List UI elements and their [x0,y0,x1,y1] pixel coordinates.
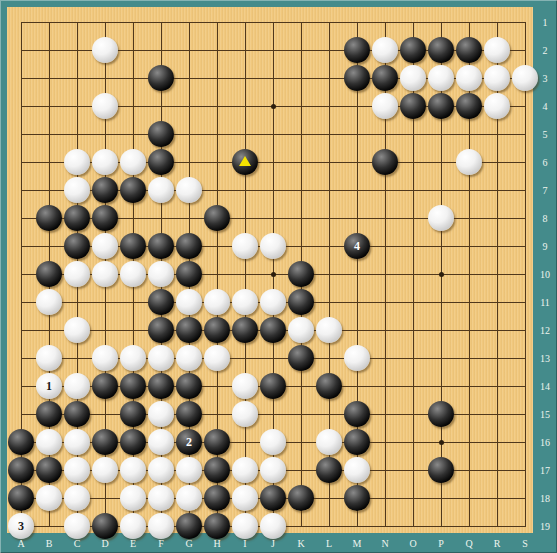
board-point[interactable] [399,372,427,400]
board-point[interactable] [483,344,511,372]
board-point[interactable] [231,36,259,64]
board-point[interactable] [91,316,119,344]
board-point[interactable] [175,344,203,372]
board-point[interactable] [343,344,371,372]
board-point[interactable] [147,8,175,36]
board-point[interactable] [399,456,427,484]
board-point[interactable] [455,372,483,400]
board-point[interactable] [427,176,455,204]
board-point[interactable] [343,400,371,428]
board-point[interactable] [147,288,175,316]
board-point[interactable] [259,512,287,540]
board-point[interactable] [7,176,35,204]
board-point[interactable] [315,512,343,540]
board-point[interactable] [7,484,35,512]
board-point[interactable] [399,176,427,204]
board-point[interactable] [259,316,287,344]
board-point[interactable] [343,372,371,400]
board-point[interactable] [511,232,539,260]
board-point[interactable] [203,120,231,148]
board-point[interactable] [399,260,427,288]
board-point[interactable] [315,316,343,344]
board-point[interactable] [259,8,287,36]
board-point[interactable] [315,260,343,288]
board-point[interactable] [343,288,371,316]
board-point[interactable] [203,344,231,372]
board-point[interactable] [343,428,371,456]
board-point[interactable] [427,260,455,288]
board-point[interactable] [455,8,483,36]
board-point[interactable] [7,92,35,120]
board-point[interactable] [315,484,343,512]
board-point[interactable] [147,400,175,428]
board-point[interactable] [483,64,511,92]
board-point[interactable] [147,176,175,204]
board-point[interactable] [343,120,371,148]
board-point[interactable] [119,372,147,400]
board-point[interactable] [483,400,511,428]
board-point[interactable] [399,120,427,148]
board-point[interactable] [175,288,203,316]
board-point[interactable] [175,204,203,232]
board-point[interactable] [287,64,315,92]
board-point[interactable] [175,400,203,428]
board-point[interactable] [259,260,287,288]
board-point[interactable] [343,36,371,64]
board-point[interactable] [119,8,147,36]
board-point[interactable] [259,92,287,120]
board-point[interactable] [511,484,539,512]
board-point[interactable] [483,512,511,540]
board-point[interactable] [231,456,259,484]
board-point[interactable] [63,400,91,428]
board-point[interactable] [483,288,511,316]
board-point[interactable] [259,428,287,456]
board-point[interactable] [511,316,539,344]
board-point[interactable] [231,400,259,428]
board-point[interactable] [483,316,511,344]
board-point[interactable] [287,316,315,344]
board-point[interactable] [511,204,539,232]
board-point[interactable] [399,344,427,372]
board-point[interactable] [63,260,91,288]
board-point[interactable] [511,456,539,484]
board-point[interactable] [371,372,399,400]
board-point[interactable] [287,8,315,36]
board-point[interactable] [287,372,315,400]
board-point[interactable] [371,8,399,36]
board-point[interactable] [119,288,147,316]
board-point[interactable] [35,148,63,176]
board-point[interactable] [147,428,175,456]
board-point[interactable] [511,148,539,176]
board-point[interactable] [203,92,231,120]
board-point[interactable] [427,232,455,260]
board-point[interactable] [371,148,399,176]
board-point[interactable] [175,372,203,400]
board-point[interactable] [399,232,427,260]
board-point[interactable] [455,92,483,120]
board-point[interactable] [455,344,483,372]
board-point[interactable] [7,288,35,316]
board-point[interactable] [203,456,231,484]
board-point[interactable] [427,8,455,36]
board-point[interactable] [259,372,287,400]
board-point[interactable] [147,344,175,372]
board-point[interactable] [7,316,35,344]
board-point[interactable] [91,148,119,176]
board-point[interactable] [315,456,343,484]
board-point[interactable] [63,316,91,344]
board-point[interactable] [203,8,231,36]
board-point[interactable] [175,512,203,540]
board-point[interactable] [175,148,203,176]
board-point[interactable] [7,372,35,400]
board-point[interactable] [483,456,511,484]
board-point[interactable] [147,36,175,64]
board-point[interactable] [35,484,63,512]
board-point[interactable] [63,344,91,372]
board-point[interactable] [427,204,455,232]
board-point[interactable] [315,120,343,148]
board-point[interactable] [427,148,455,176]
board-point[interactable] [147,512,175,540]
board-point[interactable] [119,204,147,232]
board-point[interactable] [63,484,91,512]
board-point[interactable] [7,344,35,372]
board-point[interactable] [455,512,483,540]
board-point[interactable] [483,484,511,512]
board-point[interactable] [455,232,483,260]
board-point[interactable] [175,92,203,120]
board-point[interactable] [91,400,119,428]
board-point[interactable] [455,456,483,484]
board-point[interactable] [203,232,231,260]
board-point[interactable] [231,64,259,92]
board-point[interactable] [427,316,455,344]
board-point[interactable]: 1 [35,372,63,400]
board-point[interactable] [147,64,175,92]
board-point[interactable] [119,316,147,344]
board-point[interactable] [119,36,147,64]
board-point[interactable] [119,232,147,260]
board-point[interactable] [203,484,231,512]
board-point[interactable] [287,232,315,260]
board-point[interactable] [427,400,455,428]
board-point[interactable] [231,512,259,540]
board-point[interactable] [399,148,427,176]
board-point[interactable] [455,204,483,232]
board-point[interactable] [91,428,119,456]
board-point[interactable] [427,512,455,540]
board-point[interactable] [371,288,399,316]
board-point[interactable] [7,64,35,92]
board-point[interactable] [119,456,147,484]
board-point[interactable] [203,400,231,428]
board-point[interactable] [371,260,399,288]
board-point[interactable] [91,232,119,260]
board-point[interactable] [427,288,455,316]
board-point[interactable] [231,92,259,120]
board-point[interactable] [175,316,203,344]
board-point[interactable] [455,316,483,344]
board-point[interactable] [371,484,399,512]
board-point[interactable] [259,400,287,428]
board-point[interactable] [511,344,539,372]
board-point[interactable] [259,36,287,64]
board-point[interactable] [231,8,259,36]
board-point[interactable] [343,484,371,512]
board-point[interactable] [35,8,63,36]
board-point[interactable] [35,92,63,120]
board-point[interactable] [63,120,91,148]
board-point[interactable] [231,484,259,512]
board-point[interactable] [287,344,315,372]
board-point[interactable] [483,260,511,288]
board-point[interactable] [203,316,231,344]
board-point[interactable] [427,64,455,92]
board-point[interactable] [371,400,399,428]
board-point[interactable] [231,204,259,232]
board-point[interactable] [63,512,91,540]
board-point[interactable] [343,92,371,120]
board-point[interactable] [7,148,35,176]
board-point[interactable] [119,120,147,148]
board-point[interactable] [119,64,147,92]
board-point[interactable] [91,456,119,484]
board-point[interactable] [511,176,539,204]
board-point[interactable] [511,512,539,540]
board-point[interactable] [483,120,511,148]
board-point[interactable] [511,64,539,92]
board-point[interactable] [455,428,483,456]
board-point[interactable] [119,512,147,540]
board-point[interactable] [287,512,315,540]
board-point[interactable] [35,260,63,288]
board-point[interactable] [483,8,511,36]
board-point[interactable] [315,428,343,456]
board-point[interactable] [91,204,119,232]
board-point[interactable] [455,64,483,92]
board-point[interactable] [35,428,63,456]
board-point[interactable] [147,148,175,176]
board-point[interactable] [231,428,259,456]
board-point[interactable] [511,288,539,316]
board-point[interactable] [455,176,483,204]
board-point[interactable] [427,372,455,400]
board-point[interactable] [175,456,203,484]
board-point[interactable] [91,64,119,92]
board-point[interactable] [287,400,315,428]
board-point[interactable] [399,400,427,428]
board-point[interactable] [119,484,147,512]
board-point[interactable] [371,428,399,456]
board-point[interactable] [455,484,483,512]
board-point[interactable] [7,8,35,36]
board-point[interactable] [287,176,315,204]
board-point[interactable] [427,484,455,512]
board-point[interactable] [343,260,371,288]
board-point[interactable] [91,512,119,540]
board-point[interactable] [203,148,231,176]
board-point[interactable] [315,372,343,400]
board-point[interactable] [315,232,343,260]
board-point[interactable] [511,400,539,428]
board-point[interactable] [63,8,91,36]
board-point[interactable] [483,372,511,400]
board-point[interactable] [315,176,343,204]
board-point[interactable] [483,204,511,232]
board-point[interactable] [399,316,427,344]
board-point[interactable] [175,8,203,36]
board-point[interactable] [7,260,35,288]
board-point[interactable] [63,64,91,92]
board-point[interactable] [511,92,539,120]
board-point[interactable] [315,400,343,428]
board-point[interactable] [371,456,399,484]
board-point[interactable] [119,148,147,176]
board-point[interactable] [343,512,371,540]
board-point[interactable] [483,176,511,204]
board-point[interactable] [231,120,259,148]
board-point[interactable] [91,344,119,372]
board-point[interactable] [259,204,287,232]
board-point[interactable] [7,204,35,232]
board-point[interactable] [203,372,231,400]
board-point[interactable] [371,204,399,232]
board-point[interactable] [511,8,539,36]
board-point[interactable] [455,148,483,176]
board-point[interactable] [63,428,91,456]
board-point[interactable] [203,36,231,64]
board-point[interactable] [483,92,511,120]
board-point[interactable] [287,484,315,512]
board-point[interactable] [511,36,539,64]
board-point[interactable] [427,428,455,456]
board-point[interactable] [427,36,455,64]
board-point[interactable] [231,372,259,400]
board-point[interactable] [343,456,371,484]
board-point[interactable] [175,260,203,288]
board-point[interactable] [287,92,315,120]
board-point[interactable] [427,120,455,148]
board-point[interactable] [231,288,259,316]
board-point[interactable] [35,288,63,316]
board-point[interactable] [63,148,91,176]
board-point[interactable] [315,64,343,92]
board-point[interactable] [315,344,343,372]
board-point[interactable] [7,400,35,428]
board-point[interactable] [119,428,147,456]
board-point[interactable] [287,120,315,148]
board-point[interactable] [427,344,455,372]
board-point[interactable] [399,64,427,92]
board-point[interactable] [35,512,63,540]
board-point[interactable] [203,288,231,316]
board-point[interactable] [511,372,539,400]
board-point[interactable] [315,204,343,232]
board-point[interactable] [91,120,119,148]
board-point[interactable] [91,372,119,400]
board-point[interactable] [203,64,231,92]
board-point[interactable] [483,148,511,176]
board-point[interactable] [231,316,259,344]
board-point[interactable] [119,92,147,120]
board-point[interactable] [287,428,315,456]
board-point[interactable] [455,400,483,428]
board-point[interactable] [399,92,427,120]
board-point[interactable] [63,204,91,232]
board-point[interactable] [343,148,371,176]
board-point[interactable] [7,120,35,148]
board-point[interactable] [147,316,175,344]
board-point[interactable] [455,120,483,148]
board-point[interactable] [511,428,539,456]
board-point[interactable] [231,260,259,288]
board-point[interactable] [175,176,203,204]
board-point[interactable] [231,176,259,204]
board-point[interactable] [371,36,399,64]
board-point[interactable] [175,36,203,64]
board-point[interactable] [147,204,175,232]
board-point[interactable] [259,456,287,484]
board-point[interactable] [119,176,147,204]
board-point[interactable] [175,120,203,148]
board-point[interactable] [35,456,63,484]
board-point[interactable] [63,372,91,400]
board-point[interactable] [91,8,119,36]
board-point[interactable] [175,232,203,260]
board-point[interactable] [371,64,399,92]
board-point[interactable] [483,428,511,456]
board-point[interactable] [259,344,287,372]
board-point[interactable] [35,120,63,148]
board-point[interactable] [399,8,427,36]
board-point[interactable] [259,288,287,316]
board-point[interactable] [287,148,315,176]
board-point[interactable] [427,92,455,120]
board-point[interactable] [399,512,427,540]
board-point[interactable] [483,36,511,64]
board-point[interactable] [287,204,315,232]
board-point[interactable] [63,288,91,316]
board-point[interactable] [371,316,399,344]
board-point[interactable] [315,8,343,36]
board-point[interactable] [119,400,147,428]
board-point[interactable] [399,428,427,456]
board-point[interactable] [287,260,315,288]
board-point[interactable] [259,232,287,260]
board-point[interactable] [147,92,175,120]
board-point[interactable] [91,176,119,204]
board-point[interactable] [371,344,399,372]
board-point[interactable] [371,512,399,540]
board-point[interactable] [203,428,231,456]
board-point[interactable] [455,260,483,288]
board-point[interactable] [343,8,371,36]
board-point[interactable] [35,400,63,428]
board-point[interactable] [259,148,287,176]
board-point[interactable] [119,260,147,288]
board-point[interactable] [147,484,175,512]
board-point[interactable] [259,120,287,148]
board-point[interactable] [287,288,315,316]
board-point[interactable] [63,92,91,120]
board-point[interactable] [35,316,63,344]
board-point[interactable] [231,232,259,260]
board-point[interactable] [35,344,63,372]
board-point[interactable] [203,176,231,204]
